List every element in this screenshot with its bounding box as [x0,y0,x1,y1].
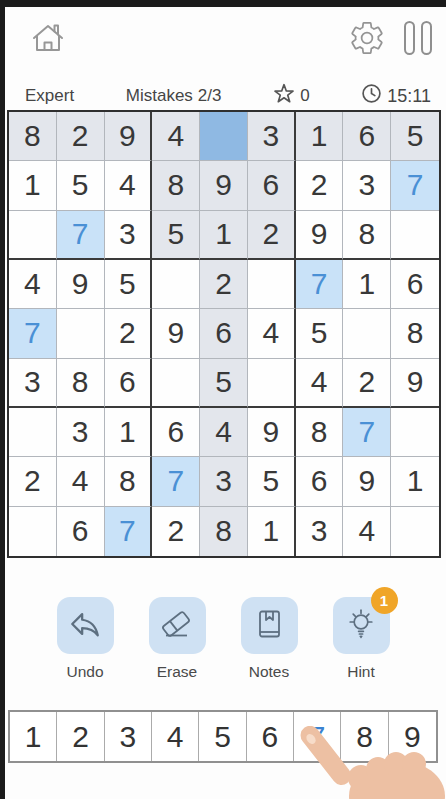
cell-r1c1[interactable]: 8 [9,112,57,161]
cell-r3c8[interactable]: 8 [343,211,391,260]
cell-r7c2[interactable]: 3 [57,408,105,457]
cell-r3c1[interactable] [9,211,57,260]
cell-r1c2[interactable]: 2 [57,112,105,161]
cell-r4c2[interactable]: 9 [57,260,105,309]
toolbar: Undo Erase [0,597,446,681]
cell-r9c2[interactable]: 6 [57,507,105,556]
cell-r3c9[interactable] [391,211,439,260]
home-button[interactable] [28,18,68,61]
cell-r5c8[interactable] [343,309,391,358]
notes-book-icon [252,607,286,644]
cell-r7c5[interactable]: 4 [200,408,248,457]
cell-r6c8[interactable]: 2 [343,359,391,408]
cell-r6c9[interactable]: 9 [391,359,439,408]
cell-r2c5[interactable]: 9 [200,161,248,210]
settings-button[interactable] [348,19,386,60]
numpad-6[interactable]: 6 [247,712,294,761]
cell-r6c5[interactable]: 5 [200,359,248,408]
cell-r5c6[interactable]: 4 [248,309,296,358]
notes-tool: Notes [240,597,298,681]
cell-r5c5[interactable]: 6 [200,309,248,358]
cell-r3c2[interactable]: 7 [57,211,105,260]
score-counter: 0 [273,83,309,110]
cell-r1c4[interactable]: 4 [152,112,200,161]
numpad-1[interactable]: 1 [10,712,57,761]
cell-r3c5[interactable]: 1 [200,211,248,260]
cell-r8c7[interactable]: 6 [296,457,344,506]
cell-r7c8[interactable]: 7 [343,408,391,457]
cell-r7c4[interactable]: 6 [152,408,200,457]
hint-tool: 1 Hint [332,597,390,681]
cell-r4c8[interactable]: 1 [343,260,391,309]
cell-r8c6[interactable]: 5 [248,457,296,506]
cell-r9c9[interactable] [391,507,439,556]
numpad-5[interactable]: 5 [199,712,246,761]
undo-label: Undo [66,663,103,681]
cell-r3c7[interactable]: 9 [296,211,344,260]
cell-r4c7[interactable]: 7 [296,260,344,309]
cell-r8c9[interactable]: 1 [391,457,439,506]
cell-r7c7[interactable]: 8 [296,408,344,457]
cell-r2c8[interactable]: 3 [343,161,391,210]
cell-r6c6[interactable] [248,359,296,408]
cell-r9c1[interactable] [9,507,57,556]
cell-r8c5[interactable]: 3 [200,457,248,506]
star-icon [273,83,295,110]
cell-r5c3[interactable]: 2 [105,309,153,358]
cell-r1c7[interactable]: 1 [296,112,344,161]
cell-r2c4[interactable]: 8 [152,161,200,210]
notes-label: Notes [249,663,290,681]
notes-button[interactable] [241,597,298,654]
cell-r4c1[interactable]: 4 [9,260,57,309]
cell-r1c8[interactable]: 6 [343,112,391,161]
cell-r4c5[interactable]: 2 [200,260,248,309]
cell-r8c3[interactable]: 8 [105,457,153,506]
cell-r4c9[interactable]: 6 [391,260,439,309]
erase-label: Erase [157,663,198,681]
mistakes-label: Mistakes [126,86,193,106]
cell-r8c1[interactable]: 2 [9,457,57,506]
hint-bulb-icon [344,607,378,644]
cell-r5c7[interactable]: 5 [296,309,344,358]
cell-r7c6[interactable]: 9 [248,408,296,457]
difficulty-label[interactable]: Expert [25,86,74,106]
cell-r7c1[interactable] [9,408,57,457]
erase-button[interactable] [149,597,206,654]
cell-r9c5[interactable]: 8 [200,507,248,556]
cell-r9c6[interactable]: 1 [248,507,296,556]
numpad-3[interactable]: 3 [105,712,152,761]
cell-r3c3[interactable]: 3 [105,211,153,260]
numpad-4[interactable]: 4 [152,712,199,761]
undo-button[interactable] [57,597,114,654]
cell-r6c3[interactable]: 6 [105,359,153,408]
hint-badge: 1 [371,587,398,614]
cell-r8c2[interactable]: 4 [57,457,105,506]
cell-r7c3[interactable]: 1 [105,408,153,457]
cell-r7c9[interactable] [391,408,439,457]
sudoku-app-screen: Expert Mistakes 2/3 0 15:11 829431651548 [0,0,446,799]
cell-r1c9[interactable]: 5 [391,112,439,161]
cell-r9c4[interactable]: 2 [152,507,200,556]
cell-r5c4[interactable]: 9 [152,309,200,358]
numpad-2[interactable]: 2 [57,712,104,761]
sudoku-board: 8294316515489623773512984952716729645838… [7,110,441,558]
cell-r1c3[interactable]: 9 [105,112,153,161]
cell-r2c7[interactable]: 2 [296,161,344,210]
cell-r8c4[interactable]: 7 [152,457,200,506]
cell-r2c2[interactable]: 5 [57,161,105,210]
screen-edge-top [0,0,446,7]
home-icon [28,18,68,61]
pause-button[interactable] [402,19,434,60]
undo-tool: Undo [56,597,114,681]
cell-r5c9[interactable]: 8 [391,309,439,358]
numpad-7[interactable]: 7 [294,712,341,761]
cell-r4c4[interactable] [152,260,200,309]
cell-r5c1[interactable]: 7 [9,309,57,358]
mistakes-value: 2/3 [198,86,222,106]
eraser-icon [160,607,194,644]
cell-r1c6[interactable]: 3 [248,112,296,161]
status-bar: Expert Mistakes 2/3 0 15:11 [25,83,431,109]
cell-r9c8[interactable]: 4 [343,507,391,556]
cell-r2c1[interactable]: 1 [9,161,57,210]
gear-icon [348,19,386,60]
cell-r6c7[interactable]: 4 [296,359,344,408]
numpad-8[interactable]: 8 [341,712,388,761]
screen-edge-left [0,0,5,799]
undo-arrow-icon [68,607,102,644]
cell-r4c3[interactable]: 5 [105,260,153,309]
cell-r9c3[interactable]: 7 [105,507,153,556]
cell-r9c7[interactable]: 3 [296,507,344,556]
timer: 15:11 [361,83,431,109]
cell-r6c2[interactable]: 8 [57,359,105,408]
top-bar [28,16,434,62]
cell-r3c4[interactable]: 5 [152,211,200,260]
cell-r3c6[interactable]: 2 [248,211,296,260]
clock-icon [361,83,382,109]
hint-label: Hint [347,663,375,681]
numpad-9[interactable]: 9 [389,712,436,761]
erase-tool: Erase [148,597,206,681]
cell-r8c8[interactable]: 9 [343,457,391,506]
number-pad: 123456789 [8,710,438,763]
cell-r2c3[interactable]: 4 [105,161,153,210]
cell-r1c5[interactable] [200,112,248,161]
cell-r6c1[interactable]: 3 [9,359,57,408]
time-value: 15:11 [387,86,431,107]
cell-r5c2[interactable] [57,309,105,358]
cell-r4c6[interactable] [248,260,296,309]
star-count: 0 [300,86,309,106]
cell-r2c9[interactable]: 7 [391,161,439,210]
pause-icon [402,19,434,60]
mistakes-counter: Mistakes 2/3 [126,86,222,106]
cell-r6c4[interactable] [152,359,200,408]
cell-r2c6[interactable]: 6 [248,161,296,210]
hint-button[interactable]: 1 [333,597,390,654]
